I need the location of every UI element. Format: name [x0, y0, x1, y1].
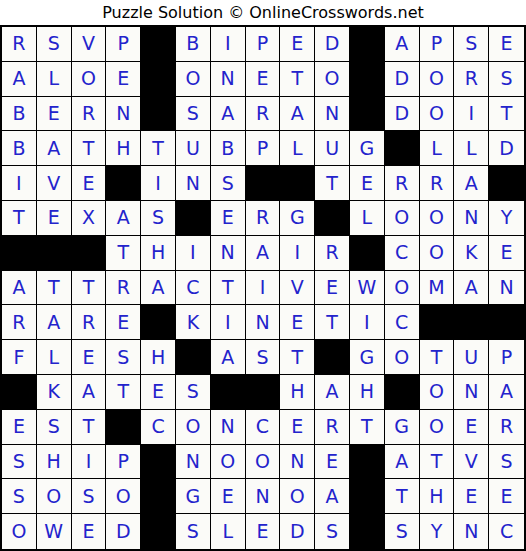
block-cell-r9c5	[141, 305, 176, 340]
letter-cell-r13c14: V	[454, 445, 489, 480]
letter-cell-r7c4: T	[106, 236, 141, 271]
letter-cell-r15c7: L	[211, 514, 246, 549]
letter-cell-r9c4: E	[106, 305, 141, 340]
letter-cell-r8c6: C	[176, 271, 211, 306]
letter-cell-r3c7: A	[211, 97, 246, 132]
letter-cell-r3c8: R	[246, 97, 281, 132]
puzzle-solution-page: Puzzle Solution © OnlineCrosswords.net R…	[0, 0, 526, 551]
letter-cell-r7c15: E	[489, 236, 524, 271]
block-cell-r14c5	[141, 479, 176, 514]
letter-cell-r7c12: C	[385, 236, 420, 271]
letter-cell-r4c14: L	[454, 131, 489, 166]
letter-cell-r11c4: T	[106, 375, 141, 410]
letter-cell-r13c7: O	[211, 445, 246, 480]
letter-cell-r8c14: A	[454, 271, 489, 306]
letter-cell-r14c9: O	[280, 479, 315, 514]
letter-cell-r3c4: N	[106, 97, 141, 132]
letter-cell-r10c7: A	[211, 340, 246, 375]
letter-cell-r5c1: I	[2, 166, 37, 201]
letter-cell-r8c9: V	[280, 271, 315, 306]
block-cell-r6c10	[315, 201, 350, 236]
letter-cell-r9c7: I	[211, 305, 246, 340]
letter-cell-r4c7: B	[211, 131, 246, 166]
block-cell-r7c11	[350, 236, 385, 271]
letter-cell-r6c9: G	[280, 201, 315, 236]
letter-cell-r14c8: N	[246, 479, 281, 514]
block-cell-r12c4	[106, 410, 141, 445]
letter-cell-r10c14: U	[454, 340, 489, 375]
letter-cell-r5c2: V	[37, 166, 72, 201]
letter-cell-r10c2: L	[37, 340, 72, 375]
letter-cell-r15c15: C	[489, 514, 524, 549]
letter-cell-r10c13: T	[420, 340, 455, 375]
letter-cell-r2c4: E	[106, 62, 141, 97]
letter-cell-r12c11: T	[350, 410, 385, 445]
letter-cell-r6c15: Y	[489, 201, 524, 236]
letter-cell-r14c12: T	[385, 479, 420, 514]
block-cell-r9c14	[454, 305, 489, 340]
block-cell-r13c11	[350, 445, 385, 480]
letter-cell-r3c9: A	[280, 97, 315, 132]
letter-cell-r9c11: I	[350, 305, 385, 340]
letter-cell-r2c2: L	[37, 62, 72, 97]
letter-cell-r6c2: E	[37, 201, 72, 236]
letter-cell-r6c14: N	[454, 201, 489, 236]
letter-cell-r11c15: A	[489, 375, 524, 410]
letter-cell-r15c4: D	[106, 514, 141, 549]
letter-cell-r14c2: O	[37, 479, 72, 514]
letter-cell-r14c10: A	[315, 479, 350, 514]
letter-cell-r9c8: N	[246, 305, 281, 340]
block-cell-r3c5	[141, 97, 176, 132]
letter-cell-r1c9: E	[280, 27, 315, 62]
letter-cell-r11c13: O	[420, 375, 455, 410]
letter-cell-r11c3: A	[72, 375, 107, 410]
letter-cell-r1c1: R	[2, 27, 37, 62]
letter-cell-r12c14: E	[454, 410, 489, 445]
letter-cell-r12c2: S	[37, 410, 72, 445]
letter-cell-r14c1: S	[2, 479, 37, 514]
block-cell-r5c8	[246, 166, 281, 201]
letter-cell-r13c3: I	[72, 445, 107, 480]
letter-cell-r4c9: L	[280, 131, 315, 166]
letter-cell-r10c1: F	[2, 340, 37, 375]
letter-cell-r6c12: O	[385, 201, 420, 236]
letter-cell-r5c6: N	[176, 166, 211, 201]
letter-cell-r15c14: N	[454, 514, 489, 549]
letter-cell-r3c10: N	[315, 97, 350, 132]
block-cell-r6c6	[176, 201, 211, 236]
letter-cell-r8c12: O	[385, 271, 420, 306]
letter-cell-r12c15: R	[489, 410, 524, 445]
letter-cell-r13c2: H	[37, 445, 72, 480]
block-cell-r15c11	[350, 514, 385, 549]
block-cell-r5c15	[489, 166, 524, 201]
letter-cell-r15c9: D	[280, 514, 315, 549]
letter-cell-r6c3: X	[72, 201, 107, 236]
letter-cell-r1c15: E	[489, 27, 524, 62]
letter-cell-r4c2: A	[37, 131, 72, 166]
letter-cell-r4c4: H	[106, 131, 141, 166]
letter-cell-r8c5: A	[141, 271, 176, 306]
letter-cell-r11c9: H	[280, 375, 315, 410]
letter-cell-r11c11: H	[350, 375, 385, 410]
letter-cell-r14c7: E	[211, 479, 246, 514]
letter-cell-r7c5: H	[141, 236, 176, 271]
letter-cell-r2c14: R	[454, 62, 489, 97]
block-cell-r3c11	[350, 97, 385, 132]
block-cell-r10c10	[315, 340, 350, 375]
letter-cell-r5c3: E	[72, 166, 107, 201]
letter-cell-r7c14: K	[454, 236, 489, 271]
letter-cell-r4c13: L	[420, 131, 455, 166]
letter-cell-r14c3: S	[72, 479, 107, 514]
letter-cell-r9c9: E	[280, 305, 315, 340]
letter-cell-r9c10: T	[315, 305, 350, 340]
letter-cell-r10c15: P	[489, 340, 524, 375]
letter-cell-r1c4: P	[106, 27, 141, 62]
letter-cell-r4c6: U	[176, 131, 211, 166]
letter-cell-r6c8: R	[246, 201, 281, 236]
letter-cell-r13c13: T	[420, 445, 455, 480]
letter-cell-r8c10: E	[315, 271, 350, 306]
letter-cell-r4c15: D	[489, 131, 524, 166]
letter-cell-r1c2: S	[37, 27, 72, 62]
letter-cell-r7c9: I	[280, 236, 315, 271]
letter-cell-r14c14: E	[454, 479, 489, 514]
letter-cell-r4c11: G	[350, 131, 385, 166]
letter-cell-r12c3: T	[72, 410, 107, 445]
letter-cell-r3c3: R	[72, 97, 107, 132]
letter-cell-r11c2: K	[37, 375, 72, 410]
letter-cell-r4c5: T	[141, 131, 176, 166]
letter-cell-r14c6: G	[176, 479, 211, 514]
letter-cell-r1c6: B	[176, 27, 211, 62]
block-cell-r5c4	[106, 166, 141, 201]
letter-cell-r10c5: H	[141, 340, 176, 375]
letter-cell-r5c5: I	[141, 166, 176, 201]
letter-cell-r7c13: O	[420, 236, 455, 271]
letter-cell-r3c13: O	[420, 97, 455, 132]
letter-cell-r12c1: E	[2, 410, 37, 445]
block-cell-r9c15	[489, 305, 524, 340]
letter-cell-r2c7: N	[211, 62, 246, 97]
letter-cell-r12c9: E	[280, 410, 315, 445]
letter-cell-r6c13: O	[420, 201, 455, 236]
letter-cell-r3c2: E	[37, 97, 72, 132]
letter-cell-r1c7: I	[211, 27, 246, 62]
puzzle-title: Puzzle Solution © OnlineCrosswords.net	[0, 0, 526, 25]
letter-cell-r2c1: A	[2, 62, 37, 97]
letter-cell-r11c5: E	[141, 375, 176, 410]
letter-cell-r5c11: E	[350, 166, 385, 201]
letter-cell-r5c13: R	[420, 166, 455, 201]
letter-cell-r1c12: A	[385, 27, 420, 62]
block-cell-r1c11	[350, 27, 385, 62]
letter-cell-r6c4: A	[106, 201, 141, 236]
letter-cell-r13c6: N	[176, 445, 211, 480]
letter-cell-r8c3: T	[72, 271, 107, 306]
letter-cell-r13c15: S	[489, 445, 524, 480]
letter-cell-r5c10: T	[315, 166, 350, 201]
block-cell-r13c5	[141, 445, 176, 480]
block-cell-r4c12	[385, 131, 420, 166]
letter-cell-r2c12: D	[385, 62, 420, 97]
letter-cell-r4c3: T	[72, 131, 107, 166]
block-cell-r11c12	[385, 375, 420, 410]
letter-cell-r7c8: A	[246, 236, 281, 271]
letter-cell-r8c1: A	[2, 271, 37, 306]
letter-cell-r13c4: P	[106, 445, 141, 480]
letter-cell-r12c6: O	[176, 410, 211, 445]
letter-cell-r12c10: R	[315, 410, 350, 445]
letter-cell-r8c2: T	[37, 271, 72, 306]
letter-cell-r6c7: E	[211, 201, 246, 236]
letter-cell-r7c7: N	[211, 236, 246, 271]
letter-cell-r4c10: U	[315, 131, 350, 166]
letter-cell-r9c6: K	[176, 305, 211, 340]
letter-cell-r1c10: D	[315, 27, 350, 62]
letter-cell-r12c8: C	[246, 410, 281, 445]
letter-cell-r5c12: R	[385, 166, 420, 201]
letter-cell-r6c11: L	[350, 201, 385, 236]
letter-cell-r2c3: O	[72, 62, 107, 97]
block-cell-r7c1	[2, 236, 37, 271]
block-cell-r9c13	[420, 305, 455, 340]
crossword-grid: RSVPBIPEDAPSEALOEONETODORSBERNSARANDOITB…	[0, 25, 526, 551]
letter-cell-r12c7: N	[211, 410, 246, 445]
letter-cell-r10c4: S	[106, 340, 141, 375]
block-cell-r5c9	[280, 166, 315, 201]
letter-cell-r8c11: W	[350, 271, 385, 306]
letter-cell-r10c9: T	[280, 340, 315, 375]
letter-cell-r13c8: O	[246, 445, 281, 480]
letter-cell-r10c3: E	[72, 340, 107, 375]
letter-cell-r11c10: A	[315, 375, 350, 410]
letter-cell-r5c14: A	[454, 166, 489, 201]
letter-cell-r15c10: S	[315, 514, 350, 549]
letter-cell-r15c8: E	[246, 514, 281, 549]
letter-cell-r6c5: S	[141, 201, 176, 236]
letter-cell-r14c4: O	[106, 479, 141, 514]
letter-cell-r10c12: O	[385, 340, 420, 375]
letter-cell-r13c9: N	[280, 445, 315, 480]
letter-cell-r3c1: B	[2, 97, 37, 132]
block-cell-r2c5	[141, 62, 176, 97]
letter-cell-r1c3: V	[72, 27, 107, 62]
letter-cell-r13c1: S	[2, 445, 37, 480]
letter-cell-r3c12: D	[385, 97, 420, 132]
block-cell-r1c5	[141, 27, 176, 62]
letter-cell-r15c3: E	[72, 514, 107, 549]
letter-cell-r8c7: T	[211, 271, 246, 306]
letter-cell-r12c13: O	[420, 410, 455, 445]
letter-cell-r14c13: H	[420, 479, 455, 514]
letter-cell-r2c8: E	[246, 62, 281, 97]
letter-cell-r8c4: R	[106, 271, 141, 306]
letter-cell-r13c10: E	[315, 445, 350, 480]
letter-cell-r9c3: R	[72, 305, 107, 340]
letter-cell-r15c2: W	[37, 514, 72, 549]
letter-cell-r12c5: C	[141, 410, 176, 445]
letter-cell-r11c6: S	[176, 375, 211, 410]
block-cell-r15c5	[141, 514, 176, 549]
letter-cell-r1c13: P	[420, 27, 455, 62]
letter-cell-r6c1: T	[2, 201, 37, 236]
letter-cell-r10c11: G	[350, 340, 385, 375]
letter-cell-r3c15: T	[489, 97, 524, 132]
letter-cell-r7c6: I	[176, 236, 211, 271]
letter-cell-r2c9: T	[280, 62, 315, 97]
letter-cell-r15c13: Y	[420, 514, 455, 549]
letter-cell-r2c13: O	[420, 62, 455, 97]
letter-cell-r8c13: M	[420, 271, 455, 306]
letter-cell-r2c10: O	[315, 62, 350, 97]
letter-cell-r1c8: P	[246, 27, 281, 62]
letter-cell-r15c12: S	[385, 514, 420, 549]
block-cell-r7c3	[72, 236, 107, 271]
block-cell-r11c7	[211, 375, 246, 410]
letter-cell-r4c8: P	[246, 131, 281, 166]
letter-cell-r8c8: I	[246, 271, 281, 306]
block-cell-r2c11	[350, 62, 385, 97]
letter-cell-r14c15: E	[489, 479, 524, 514]
letter-cell-r8c15: N	[489, 271, 524, 306]
letter-cell-r4c1: B	[2, 131, 37, 166]
letter-cell-r3c14: I	[454, 97, 489, 132]
letter-cell-r9c2: A	[37, 305, 72, 340]
letter-cell-r12c12: G	[385, 410, 420, 445]
letter-cell-r9c12: C	[385, 305, 420, 340]
letter-cell-r9c1: R	[2, 305, 37, 340]
letter-cell-r5c7: S	[211, 166, 246, 201]
letter-cell-r15c1: O	[2, 514, 37, 549]
block-cell-r10c6	[176, 340, 211, 375]
letter-cell-r15c6: S	[176, 514, 211, 549]
block-cell-r7c2	[37, 236, 72, 271]
letter-cell-r3c6: S	[176, 97, 211, 132]
letter-cell-r2c15: S	[489, 62, 524, 97]
block-cell-r14c11	[350, 479, 385, 514]
letter-cell-r13c12: A	[385, 445, 420, 480]
letter-cell-r2c6: O	[176, 62, 211, 97]
letter-cell-r1c14: S	[454, 27, 489, 62]
block-cell-r11c8	[246, 375, 281, 410]
letter-cell-r11c14: N	[454, 375, 489, 410]
letter-cell-r7c10: R	[315, 236, 350, 271]
letter-cell-r10c8: S	[246, 340, 281, 375]
block-cell-r11c1	[2, 375, 37, 410]
